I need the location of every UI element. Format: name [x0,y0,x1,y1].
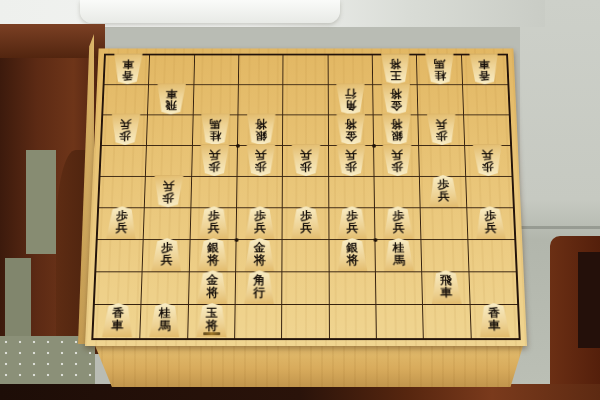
piece-kanji: 歩 [482,161,494,173]
piece-kanji: 馬 [210,119,222,130]
shogi-piece-gote-lance[interactable]: 香車 [469,54,500,85]
shogi-piece-gote-knight[interactable]: 桂馬 [200,114,231,145]
shogi-piece-sente-pawn[interactable]: 歩兵 [244,206,276,239]
piece-kanji: 将 [254,254,266,266]
shogi-piece-sente-pawn[interactable]: 歩兵 [105,206,137,239]
piece-kanji: 兵 [208,222,220,234]
shogi-piece-gote-pawn[interactable]: 歩兵 [472,144,504,176]
shogi-piece-sente-silver[interactable]: 銀将 [337,238,369,271]
piece-kanji: 香 [121,70,133,81]
shogi-piece-sente-rook[interactable]: 飛車 [430,270,463,304]
shogi-piece-sente-knight[interactable]: 桂馬 [148,303,181,337]
shogi-piece-gote-silver[interactable]: 銀将 [245,114,276,145]
piece-kanji: 兵 [485,222,497,234]
tatami-through-chair [26,150,56,254]
piece-kanji: 歩 [484,210,496,222]
piece-kanji: 車 [122,59,134,70]
piece-kanji: 兵 [115,222,127,234]
piece-kanji: 兵 [209,149,221,161]
shogi-piece-gote-pawn[interactable]: 歩兵 [199,144,230,176]
piece-kanji: 香 [112,307,124,319]
piece-kanji: 兵 [482,149,494,161]
piece-kanji: 馬 [393,254,405,266]
piece-kanji: 兵 [254,222,266,234]
piece-kanji: 兵 [119,119,131,130]
piece-kanji: 歩 [391,161,403,173]
piece-kanji: 飛 [165,100,177,111]
piece-kanji: 将 [206,286,218,298]
piece-kanji: 角 [253,274,265,286]
shogi-piece-gote-king[interactable]: 王将 [380,54,411,85]
piece-kanji: 歩 [300,161,312,173]
maker-inscription [203,333,220,336]
shogi-piece-gote-pawn[interactable]: 歩兵 [381,144,412,176]
shogi-piece-gote-knight[interactable]: 桂馬 [424,54,455,85]
piece-kanji: 兵 [300,149,312,161]
shogi-piece-sente-pawn[interactable]: 歩兵 [290,206,321,239]
piece-kanji: 車 [440,286,452,298]
piece-kanji: 銀 [391,130,403,141]
shogi-piece-gote-silver[interactable]: 銀将 [381,114,412,145]
piece-kanji: 兵 [346,222,358,234]
piece-kanji: 車 [488,319,500,331]
piece-kanji: 香 [479,70,491,81]
shogi-piece-sente-knight[interactable]: 桂馬 [383,238,415,271]
piece-kanji: 将 [255,119,267,130]
shogi-piece-gote-pawn[interactable]: 歩兵 [153,175,185,207]
white-cushion [80,0,340,23]
shogi-piece-sente-pawn[interactable]: 歩兵 [382,206,414,239]
piece-kanji: 歩 [119,130,131,141]
piece-kanji: 王 [390,70,402,81]
shogi-piece-gote-gold[interactable]: 金将 [380,84,411,115]
piece-kanji: 兵 [392,222,404,234]
piece-kanji: 玉 [206,307,218,319]
shogi-piece-sente-pawn[interactable]: 歩兵 [474,206,506,239]
piece-kanji: 兵 [391,149,403,161]
piece-kanji: 金 [345,130,357,141]
piece-kanji: 車 [111,319,123,331]
piece-kanji: 銀 [346,242,358,254]
piece-kanji: 行 [253,286,265,298]
piece-kanji: 将 [207,254,219,266]
shogi-piece-sente-gold[interactable]: 金将 [196,270,228,304]
shogi-piece-gote-gold[interactable]: 金将 [336,114,367,145]
shogi-photo-scene: 香車王将桂馬香車飛車角行金将歩兵桂馬銀将金将銀将歩兵歩兵歩兵歩兵歩兵歩兵歩兵歩兵… [0,0,600,400]
piece-kanji: 兵 [255,149,267,161]
piece-kanji: 将 [345,119,357,130]
piece-kanji: 香 [488,307,500,319]
piece-kanji: 歩 [346,210,358,222]
piece-kanji: 馬 [158,319,170,331]
piece-kanji: 車 [166,88,178,99]
piece-kanji: 歩 [208,210,220,222]
piece-kanji: 歩 [300,210,312,222]
shogi-piece-sente-lance[interactable]: 香車 [101,303,134,337]
piece-kanji: 飛 [440,274,452,286]
piece-kanji: 行 [345,88,356,99]
piece-kanji: 桂 [210,130,222,141]
shogi-piece-gote-pawn[interactable]: 歩兵 [336,144,367,176]
piece-kanji: 将 [206,319,218,331]
piece-kanji: 歩 [346,161,358,173]
piece-kanji: 兵 [160,254,172,266]
piece-kanji: 桂 [159,307,171,319]
shogi-piece-sente-king[interactable]: 玉将 [196,303,228,337]
shogi-piece-gote-pawn[interactable]: 歩兵 [109,114,141,145]
right-chair-slot [578,252,600,348]
shogi-piece-sente-pawn[interactable]: 歩兵 [428,175,460,207]
piece-kanji: 歩 [392,210,404,222]
piece-kanji: 歩 [116,210,128,222]
piece-kanji: 歩 [254,210,266,222]
piece-kanji: 兵 [438,190,450,202]
shogi-piece-gote-bishop[interactable]: 角行 [336,84,367,115]
piece-kanji: 角 [345,100,357,111]
piece-kanji: 金 [390,100,402,111]
piece-kanji: 歩 [255,161,267,173]
piece-kanji: 兵 [163,180,175,192]
piece-kanji: 歩 [162,192,174,204]
shogi-piece-sente-pawn[interactable]: 歩兵 [198,206,230,239]
piece-kanji: 金 [207,274,219,286]
pieces-layer: 香車王将桂馬香車飛車角行金将歩兵桂馬銀将金将銀将歩兵歩兵歩兵歩兵歩兵歩兵歩兵歩兵… [93,55,518,338]
piece-kanji: 兵 [436,119,448,130]
piece-kanji: 将 [390,119,402,130]
piece-kanji: 銀 [255,130,267,141]
shogi-piece-gote-lance[interactable]: 香車 [112,54,143,85]
piece-kanji: 金 [254,242,266,254]
piece-kanji: 歩 [437,179,449,191]
floor-seam [520,226,600,229]
piece-kanji: 馬 [434,59,446,70]
piece-kanji: 桂 [434,70,446,81]
piece-kanji: 将 [347,254,359,266]
shogi-piece-gote-pawn[interactable]: 歩兵 [245,144,276,176]
shogi-piece-sente-pawn[interactable]: 歩兵 [336,206,368,239]
piece-kanji: 歩 [161,242,173,254]
shogi-piece-sente-gold[interactable]: 金将 [244,238,276,271]
piece-kanji: 歩 [436,130,448,141]
piece-kanji: 桂 [393,242,405,254]
piece-kanji: 銀 [207,242,219,254]
shogi-board: 香車王将桂馬香車飛車角行金将歩兵桂馬銀将金将銀将歩兵歩兵歩兵歩兵歩兵歩兵歩兵歩兵… [85,48,527,346]
shogi-piece-sente-pawn[interactable]: 歩兵 [150,238,182,271]
shogi-piece-sente-bishop[interactable]: 角行 [243,270,275,304]
shogi-piece-sente-silver[interactable]: 銀将 [197,238,229,271]
piece-kanji: 歩 [209,161,221,173]
piece-kanji: 車 [478,59,490,70]
board-surface: 香車王将桂馬香車飛車角行金将歩兵桂馬銀将金将銀将歩兵歩兵歩兵歩兵歩兵歩兵歩兵歩兵… [85,48,527,346]
piece-kanji: 将 [389,59,401,70]
shogi-piece-gote-rook[interactable]: 飛車 [156,84,187,115]
piece-kanji: 兵 [300,222,312,234]
shogi-piece-sente-lance[interactable]: 香車 [478,303,511,337]
piece-kanji: 将 [390,88,402,99]
shogi-piece-gote-pawn[interactable]: 歩兵 [291,144,322,176]
shogi-piece-gote-pawn[interactable]: 歩兵 [426,114,457,145]
piece-kanji: 兵 [346,149,358,161]
board-front-face [90,344,528,387]
